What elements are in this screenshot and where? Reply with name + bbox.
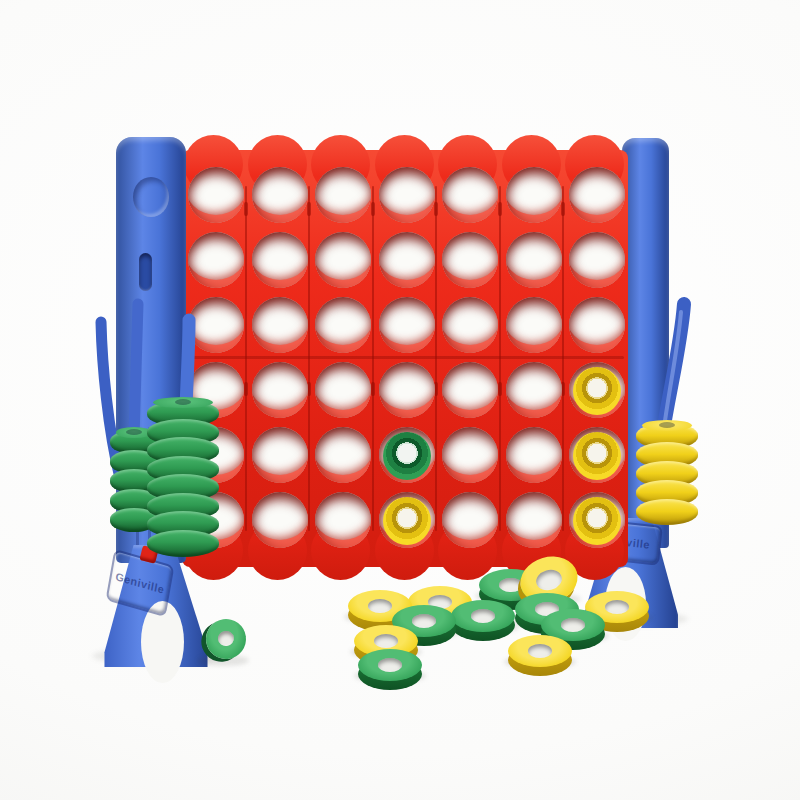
- board-cell-c6-r1[interactable]: [506, 167, 562, 223]
- board-cell-c5-r2[interactable]: [442, 232, 498, 288]
- board-disc-yellow[interactable]: [573, 432, 621, 480]
- board-cell-c4-r3[interactable]: [379, 297, 435, 353]
- board-disc-yellow[interactable]: [573, 497, 621, 545]
- board-seam-tab: [498, 382, 502, 396]
- board-cell-c5-r5[interactable]: [442, 427, 498, 483]
- floor-disc-hole: [374, 634, 398, 648]
- board-cell-c6-r4[interactable]: [506, 362, 562, 418]
- board-cell-c4-r6[interactable]: [379, 492, 435, 548]
- board-cell-c5-r1[interactable]: [442, 167, 498, 223]
- board-cell-c4-r5[interactable]: [379, 427, 435, 483]
- board-cell-c2-r4[interactable]: [252, 362, 308, 418]
- board-cell-c2-r6[interactable]: [252, 492, 308, 548]
- board-cell-c5-r4[interactable]: [442, 362, 498, 418]
- board-seam-tab: [307, 382, 311, 396]
- board-cell-c7-r4[interactable]: [569, 362, 625, 418]
- board-cell-c7-r6[interactable]: [569, 492, 625, 548]
- post-slot-hole: [139, 253, 152, 291]
- board-seam-tab: [434, 202, 438, 216]
- board-cell-c1-r2[interactable]: [188, 232, 244, 288]
- board-cell-c5-r6[interactable]: [442, 492, 498, 548]
- stack-rod-socket: [175, 399, 191, 405]
- stack-rod-socket: [126, 429, 142, 435]
- board-cell-c6-r6[interactable]: [506, 492, 562, 548]
- floor-disc-green[interactable]: [451, 600, 515, 648]
- board-cell-c3-r1[interactable]: [315, 167, 371, 223]
- floor-disc-hole: [217, 630, 235, 647]
- board-seam-tab: [371, 202, 375, 216]
- post-recess-circle: [133, 177, 169, 217]
- floor-disc-hole: [561, 618, 585, 632]
- board-cell-c2-r2[interactable]: [252, 232, 308, 288]
- board-seam-tab: [498, 202, 502, 216]
- floor-disc-hole: [368, 599, 392, 613]
- board-middle-seam: [186, 356, 624, 359]
- board-cell-c7-r5[interactable]: [569, 427, 625, 483]
- board-cell-c7-r3[interactable]: [569, 297, 625, 353]
- board-cell-c3-r4[interactable]: [315, 362, 371, 418]
- board-cell-c1-r3[interactable]: [188, 297, 244, 353]
- stored-disc-yellow[interactable]: [636, 499, 698, 525]
- board-cell-c3-r6[interactable]: [315, 492, 371, 548]
- board-cell-c6-r3[interactable]: [506, 297, 562, 353]
- board-cell-c7-r1[interactable]: [569, 167, 625, 223]
- board-seam-tab: [244, 382, 248, 396]
- board-seam-tab: [561, 202, 565, 216]
- board-cell-c5-r3[interactable]: [442, 297, 498, 353]
- board-disc-yellow[interactable]: [383, 497, 431, 545]
- floor-disc-hole: [378, 658, 402, 672]
- stored-disc-green[interactable]: [147, 530, 219, 557]
- board-cell-c2-r1[interactable]: [252, 167, 308, 223]
- product-photo-scene: Geniville Geniville: [0, 0, 800, 800]
- board-seam-tab: [244, 202, 248, 216]
- board-disc-green[interactable]: [383, 432, 431, 480]
- board-cell-c7-r2[interactable]: [569, 232, 625, 288]
- board-cell-c4-r2[interactable]: [379, 232, 435, 288]
- floor-disc-yellow[interactable]: [508, 635, 572, 683]
- floor-disc-hole: [605, 600, 629, 614]
- board-cell-c4-r1[interactable]: [379, 167, 435, 223]
- board-cell-c6-r2[interactable]: [506, 232, 562, 288]
- stack-rod-socket: [659, 422, 675, 428]
- board-cell-c2-r3[interactable]: [252, 297, 308, 353]
- board-cell-c1-r1[interactable]: [188, 167, 244, 223]
- board-cell-c4-r4[interactable]: [379, 362, 435, 418]
- board-cell-c2-r5[interactable]: [252, 427, 308, 483]
- floor-disc-hole: [528, 644, 552, 658]
- brand-text-left: Geniville: [115, 570, 166, 596]
- board-cell-c6-r5[interactable]: [506, 427, 562, 483]
- floor-disc-green[interactable]: [195, 621, 259, 669]
- board-seam-tab: [371, 382, 375, 396]
- board-cell-c3-r3[interactable]: [315, 297, 371, 353]
- floor-disc-green[interactable]: [358, 649, 422, 697]
- board-seam-tab: [307, 202, 311, 216]
- floor-disc-hole: [471, 609, 495, 623]
- board-cell-c3-r2[interactable]: [315, 232, 371, 288]
- board-cell-c3-r5[interactable]: [315, 427, 371, 483]
- board-seam-tab: [561, 382, 565, 396]
- connect-four-board: [182, 150, 628, 567]
- board-disc-yellow[interactable]: [573, 367, 621, 415]
- board-seam-tab: [434, 382, 438, 396]
- floor-disc-hole: [534, 567, 565, 593]
